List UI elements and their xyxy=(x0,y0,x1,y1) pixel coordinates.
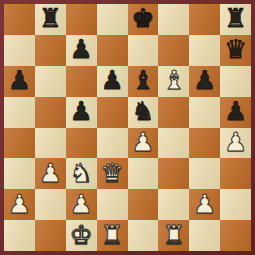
square-f1[interactable]: ♜ xyxy=(158,220,189,251)
square-a4[interactable] xyxy=(4,128,35,159)
square-f8[interactable] xyxy=(158,4,189,35)
square-g1[interactable] xyxy=(189,220,220,251)
square-a3[interactable] xyxy=(4,158,35,189)
square-a8[interactable] xyxy=(4,4,35,35)
square-e3[interactable] xyxy=(128,158,159,189)
square-h1[interactable] xyxy=(220,220,251,251)
chess-board-frame: ♜♚♜♟♛♟♟♝♝♟♟♞♟♟♟♟♞♛♟♟♟♚♜♜ xyxy=(0,0,255,255)
black-pawn-piece[interactable]: ♟ xyxy=(8,67,31,93)
square-e5[interactable]: ♞ xyxy=(128,97,159,128)
square-h4[interactable]: ♟ xyxy=(220,128,251,159)
square-e1[interactable] xyxy=(128,220,159,251)
square-g5[interactable] xyxy=(189,97,220,128)
square-d1[interactable]: ♜ xyxy=(97,220,128,251)
black-rook-piece[interactable]: ♜ xyxy=(224,5,247,31)
square-d4[interactable] xyxy=(97,128,128,159)
square-f2[interactable] xyxy=(158,189,189,220)
black-pawn-piece[interactable]: ♟ xyxy=(193,67,216,93)
square-b1[interactable] xyxy=(35,220,66,251)
black-bishop-piece[interactable]: ♝ xyxy=(131,67,154,93)
black-pawn-piece[interactable]: ♟ xyxy=(70,98,93,124)
square-a6[interactable]: ♟ xyxy=(4,66,35,97)
black-pawn-piece[interactable]: ♟ xyxy=(70,36,93,62)
square-b5[interactable] xyxy=(35,97,66,128)
square-g6[interactable]: ♟ xyxy=(189,66,220,97)
black-pawn-piece[interactable]: ♟ xyxy=(224,98,247,124)
square-g8[interactable] xyxy=(189,4,220,35)
square-b2[interactable] xyxy=(35,189,66,220)
square-d3[interactable]: ♛ xyxy=(97,158,128,189)
white-queen-piece[interactable]: ♛ xyxy=(100,160,123,186)
square-c4[interactable] xyxy=(66,128,97,159)
square-a2[interactable]: ♟ xyxy=(4,189,35,220)
square-h7[interactable]: ♛ xyxy=(220,35,251,66)
square-b8[interactable]: ♜ xyxy=(35,4,66,35)
square-f7[interactable] xyxy=(158,35,189,66)
white-bishop-piece[interactable]: ♝ xyxy=(162,67,185,93)
square-d5[interactable] xyxy=(97,97,128,128)
square-h8[interactable]: ♜ xyxy=(220,4,251,35)
square-c8[interactable] xyxy=(66,4,97,35)
black-rook-piece[interactable]: ♜ xyxy=(39,5,62,31)
square-f3[interactable] xyxy=(158,158,189,189)
square-b7[interactable] xyxy=(35,35,66,66)
square-a1[interactable] xyxy=(4,220,35,251)
square-b6[interactable] xyxy=(35,66,66,97)
white-pawn-piece[interactable]: ♟ xyxy=(8,191,31,217)
white-pawn-piece[interactable]: ♟ xyxy=(131,129,154,155)
white-pawn-piece[interactable]: ♟ xyxy=(193,191,216,217)
square-h2[interactable] xyxy=(220,189,251,220)
chess-board: ♜♚♜♟♛♟♟♝♝♟♟♞♟♟♟♟♞♛♟♟♟♚♜♜ xyxy=(4,4,251,251)
white-rook-piece[interactable]: ♜ xyxy=(162,222,185,248)
square-c5[interactable]: ♟ xyxy=(66,97,97,128)
square-d7[interactable] xyxy=(97,35,128,66)
square-c2[interactable]: ♟ xyxy=(66,189,97,220)
square-f4[interactable] xyxy=(158,128,189,159)
square-h5[interactable]: ♟ xyxy=(220,97,251,128)
square-g2[interactable]: ♟ xyxy=(189,189,220,220)
square-c3[interactable]: ♞ xyxy=(66,158,97,189)
square-e4[interactable]: ♟ xyxy=(128,128,159,159)
square-g7[interactable] xyxy=(189,35,220,66)
white-pawn-piece[interactable]: ♟ xyxy=(224,129,247,155)
white-pawn-piece[interactable]: ♟ xyxy=(70,191,93,217)
white-knight-piece[interactable]: ♞ xyxy=(70,160,93,186)
square-d8[interactable] xyxy=(97,4,128,35)
square-h6[interactable] xyxy=(220,66,251,97)
square-d6[interactable]: ♟ xyxy=(97,66,128,97)
square-a7[interactable] xyxy=(4,35,35,66)
square-h3[interactable] xyxy=(220,158,251,189)
square-d2[interactable] xyxy=(97,189,128,220)
black-king-piece[interactable]: ♚ xyxy=(131,5,154,31)
square-f6[interactable]: ♝ xyxy=(158,66,189,97)
square-e2[interactable] xyxy=(128,189,159,220)
square-c7[interactable]: ♟ xyxy=(66,35,97,66)
square-e7[interactable] xyxy=(128,35,159,66)
white-pawn-piece[interactable]: ♟ xyxy=(39,160,62,186)
square-e6[interactable]: ♝ xyxy=(128,66,159,97)
square-g3[interactable] xyxy=(189,158,220,189)
white-rook-piece[interactable]: ♜ xyxy=(100,222,123,248)
black-queen-piece[interactable]: ♛ xyxy=(224,36,247,62)
square-c6[interactable] xyxy=(66,66,97,97)
black-pawn-piece[interactable]: ♟ xyxy=(100,67,123,93)
square-b4[interactable] xyxy=(35,128,66,159)
square-c1[interactable]: ♚ xyxy=(66,220,97,251)
square-b3[interactable]: ♟ xyxy=(35,158,66,189)
square-f5[interactable] xyxy=(158,97,189,128)
black-knight-piece[interactable]: ♞ xyxy=(131,98,154,124)
white-king-piece[interactable]: ♚ xyxy=(70,222,93,248)
square-a5[interactable] xyxy=(4,97,35,128)
square-e8[interactable]: ♚ xyxy=(128,4,159,35)
square-g4[interactable] xyxy=(189,128,220,159)
